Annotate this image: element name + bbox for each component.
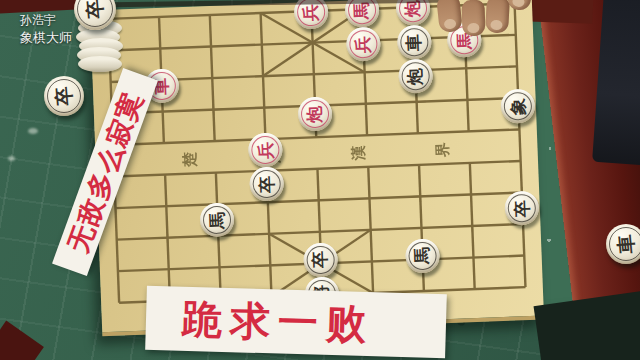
watermark-line2: 象棋大师 (20, 29, 72, 48)
piece-black-車[interactable]: 車 (388, 24, 440, 60)
chalk-speck (28, 128, 38, 134)
piece-red-兵[interactable]: 兵 (337, 26, 389, 62)
captured-stack-disc[interactable] (78, 56, 122, 72)
finger (485, 0, 510, 34)
channel-watermark: 孙浩宇 象棋大师 (20, 12, 72, 48)
caption-banner-bottom: 跪求一败 (145, 286, 447, 358)
caption-text-bottom: 跪求一败 (145, 290, 374, 351)
piece-black-馬[interactable]: 馬 (396, 238, 448, 274)
video-frame: 楚河漢界 兵馬炮兵車馬車炮炮象兵卒馬卒卒馬將 卒 卒 車 无敌多么寂寞 跪求一败… (0, 0, 640, 360)
chalk-speck (8, 156, 15, 161)
captured-piece-on-frame[interactable]: 車 (606, 224, 640, 264)
piece-black-象[interactable]: 象 (492, 89, 544, 125)
piece-red-炮[interactable]: 炮 (289, 96, 341, 132)
piece-red-兵[interactable]: 兵 (240, 132, 292, 168)
piece-black-馬[interactable]: 馬 (191, 202, 243, 238)
piece-red-炮[interactable]: 炮 (387, 0, 439, 26)
finger (461, 0, 485, 36)
captured-piece-loose[interactable]: 卒 (44, 76, 84, 116)
piece-red-馬[interactable]: 馬 (336, 0, 388, 28)
piece-black-炮[interactable]: 炮 (389, 58, 441, 94)
piece-grid: 兵馬炮兵車馬車炮炮象兵卒馬卒卒馬將 (82, 0, 551, 319)
piece-black-卒[interactable]: 卒 (496, 190, 548, 226)
piece-black-卒[interactable]: 卒 (295, 242, 347, 278)
watermark-line1: 孙浩宇 (20, 12, 72, 29)
piece-black-卒[interactable]: 卒 (241, 166, 293, 202)
